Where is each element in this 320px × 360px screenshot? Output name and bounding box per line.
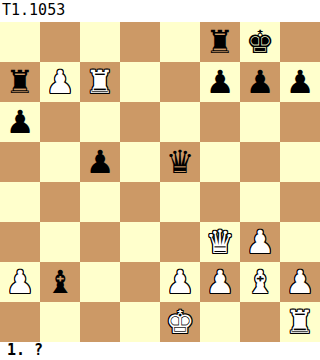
piece-black-king[interactable]: ♚ [246, 22, 275, 62]
square-h6[interactable] [280, 102, 320, 142]
piece-white-pawn[interactable]: ♟ [6, 262, 35, 302]
square-g4[interactable] [240, 182, 280, 222]
square-d4[interactable] [120, 182, 160, 222]
piece-white-rook[interactable]: ♜ [86, 62, 115, 102]
square-h5[interactable] [280, 142, 320, 182]
square-b4[interactable] [40, 182, 80, 222]
square-g3[interactable]: ♟ [240, 222, 280, 262]
square-c1[interactable] [80, 302, 120, 342]
square-c8[interactable] [80, 22, 120, 62]
square-g6[interactable] [240, 102, 280, 142]
square-d7[interactable] [120, 62, 160, 102]
square-g7[interactable]: ♟ [240, 62, 280, 102]
square-c4[interactable] [80, 182, 120, 222]
square-h3[interactable] [280, 222, 320, 262]
square-c2[interactable] [80, 262, 120, 302]
square-f6[interactable] [200, 102, 240, 142]
square-f2[interactable]: ♟ [200, 262, 240, 302]
piece-white-pawn[interactable]: ♟ [286, 262, 315, 302]
square-a3[interactable] [0, 222, 40, 262]
square-g5[interactable] [240, 142, 280, 182]
square-b2[interactable]: ♝ [40, 262, 80, 302]
square-d1[interactable] [120, 302, 160, 342]
square-b6[interactable] [40, 102, 80, 142]
square-b8[interactable] [40, 22, 80, 62]
chess-board: ♜♚♜♟♜♟♟♟♟♟♛♛♟♟♝♟♟♝♟♚♜ [0, 22, 320, 342]
square-f8[interactable]: ♜ [200, 22, 240, 62]
square-c5[interactable]: ♟ [80, 142, 120, 182]
square-e2[interactable]: ♟ [160, 262, 200, 302]
piece-white-king[interactable]: ♚ [166, 302, 195, 342]
square-f1[interactable] [200, 302, 240, 342]
square-b5[interactable] [40, 142, 80, 182]
piece-white-rook[interactable]: ♜ [286, 302, 315, 342]
square-e8[interactable] [160, 22, 200, 62]
piece-black-rook[interactable]: ♜ [6, 62, 35, 102]
piece-black-pawn[interactable]: ♟ [206, 62, 235, 102]
piece-white-queen[interactable]: ♛ [206, 222, 235, 262]
square-c3[interactable] [80, 222, 120, 262]
square-h1[interactable]: ♜ [280, 302, 320, 342]
piece-black-queen[interactable]: ♛ [166, 142, 195, 182]
square-e1[interactable]: ♚ [160, 302, 200, 342]
square-a1[interactable] [0, 302, 40, 342]
square-f3[interactable]: ♛ [200, 222, 240, 262]
square-e6[interactable] [160, 102, 200, 142]
square-a5[interactable] [0, 142, 40, 182]
square-g8[interactable]: ♚ [240, 22, 280, 62]
square-h2[interactable]: ♟ [280, 262, 320, 302]
square-g1[interactable] [240, 302, 280, 342]
square-d6[interactable] [120, 102, 160, 142]
piece-white-bishop[interactable]: ♝ [246, 262, 275, 302]
square-c7[interactable]: ♜ [80, 62, 120, 102]
square-a6[interactable]: ♟ [0, 102, 40, 142]
square-h7[interactable]: ♟ [280, 62, 320, 102]
piece-black-pawn[interactable]: ♟ [6, 102, 35, 142]
piece-black-pawn[interactable]: ♟ [286, 62, 315, 102]
piece-white-pawn[interactable]: ♟ [166, 262, 195, 302]
square-d5[interactable] [120, 142, 160, 182]
piece-white-pawn[interactable]: ♟ [206, 262, 235, 302]
square-e5[interactable]: ♛ [160, 142, 200, 182]
square-a8[interactable] [0, 22, 40, 62]
square-a4[interactable] [0, 182, 40, 222]
square-e4[interactable] [160, 182, 200, 222]
square-b7[interactable]: ♟ [40, 62, 80, 102]
piece-white-pawn[interactable]: ♟ [246, 222, 275, 262]
square-e7[interactable] [160, 62, 200, 102]
square-a7[interactable]: ♜ [0, 62, 40, 102]
square-d8[interactable] [120, 22, 160, 62]
square-f4[interactable] [200, 182, 240, 222]
square-d2[interactable] [120, 262, 160, 302]
square-d3[interactable] [120, 222, 160, 262]
puzzle-id: T1.1053 [0, 0, 320, 22]
piece-black-bishop[interactable]: ♝ [46, 262, 75, 302]
square-h4[interactable] [280, 182, 320, 222]
square-h8[interactable] [280, 22, 320, 62]
square-c6[interactable] [80, 102, 120, 142]
square-b1[interactable] [40, 302, 80, 342]
piece-black-pawn[interactable]: ♟ [246, 62, 275, 102]
square-f7[interactable]: ♟ [200, 62, 240, 102]
piece-black-rook[interactable]: ♜ [206, 22, 235, 62]
square-b3[interactable] [40, 222, 80, 262]
piece-white-pawn[interactable]: ♟ [46, 62, 75, 102]
piece-black-pawn[interactable]: ♟ [86, 142, 115, 182]
square-e3[interactable] [160, 222, 200, 262]
square-f5[interactable] [200, 142, 240, 182]
square-a2[interactable]: ♟ [0, 262, 40, 302]
square-g2[interactable]: ♝ [240, 262, 280, 302]
move-prompt: 1. ? [0, 342, 320, 360]
